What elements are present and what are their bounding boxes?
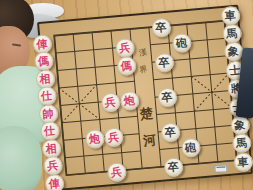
- tray-piece-red-chariot[interactable]: 俥: [44, 173, 65, 190]
- xiangqi-board[interactable]: 楚 河 漢 界 兵傌兵炮炮兵兵卒砲卒卒卒砲卒俥傌相仕帥仕相兵俥車馬象士將士象馬車: [37, 5, 253, 190]
- tray-piece-black-horse[interactable]: 馬: [231, 133, 252, 154]
- board-sticker: [214, 165, 227, 173]
- piece-black-cannon[interactable]: 砲: [171, 33, 192, 54]
- pieces-layer: 兵傌兵炮炮兵兵卒砲卒卒卒砲卒俥傌相仕帥仕相兵俥車馬象士將士象馬車: [39, 7, 251, 190]
- piece-red-cannon[interactable]: 炮: [84, 128, 105, 149]
- tray-piece-black-chariot[interactable]: 車: [233, 152, 253, 173]
- piece-black-soldier[interactable]: 卒: [154, 52, 175, 73]
- piece-red-soldier[interactable]: 兵: [114, 38, 135, 59]
- piece-red-cannon[interactable]: 炮: [119, 90, 140, 111]
- piece-black-soldier[interactable]: 卒: [163, 157, 184, 178]
- tray-piece-red-soldier[interactable]: 兵: [42, 156, 63, 177]
- child-green-arm: [0, 126, 42, 190]
- piece-black-soldier[interactable]: 卒: [157, 87, 178, 108]
- piece-red-soldier[interactable]: 兵: [106, 161, 127, 182]
- piece-red-horse[interactable]: 傌: [116, 55, 137, 76]
- tray-piece-black-chariot[interactable]: 車: [220, 5, 241, 26]
- tray-piece-black-horse[interactable]: 馬: [221, 23, 242, 44]
- piece-black-soldier[interactable]: 卒: [160, 122, 181, 143]
- piece-black-soldier[interactable]: 卒: [151, 17, 172, 38]
- piece-red-soldier[interactable]: 兵: [100, 92, 121, 113]
- piece-red-soldier[interactable]: 兵: [103, 127, 124, 148]
- piece-black-cannon[interactable]: 砲: [180, 137, 201, 158]
- table-scene: 楚 河 漢 界 兵傌兵炮炮兵兵卒砲卒卒卒砲卒俥傌相仕帥仕相兵俥車馬象士將士象馬車: [0, 0, 253, 190]
